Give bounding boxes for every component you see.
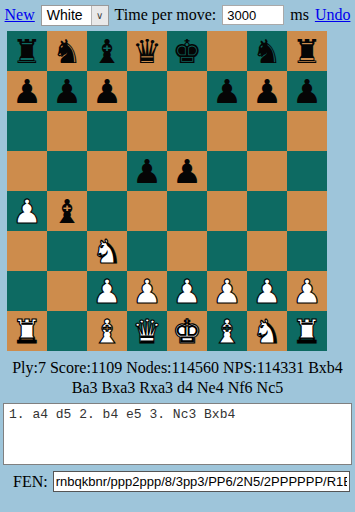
square-b2[interactable] bbox=[47, 271, 87, 311]
square-f6[interactable] bbox=[207, 111, 247, 151]
fen-label: FEN: bbox=[13, 473, 48, 491]
square-h3[interactable] bbox=[287, 231, 327, 271]
square-e8[interactable]: ♚ bbox=[167, 31, 207, 71]
square-f3[interactable] bbox=[207, 231, 247, 271]
square-e3[interactable] bbox=[167, 231, 207, 271]
square-a1[interactable]: ♜ bbox=[7, 311, 47, 351]
chevron-down-icon: ∨ bbox=[91, 6, 108, 25]
square-d6[interactable] bbox=[127, 111, 167, 151]
white-pawn: ♟ bbox=[92, 275, 122, 308]
square-e1[interactable]: ♚ bbox=[167, 311, 207, 351]
ms-label: ms bbox=[290, 6, 309, 24]
white-bishop: ♝ bbox=[212, 315, 242, 348]
square-d2[interactable]: ♟ bbox=[127, 271, 167, 311]
black-pawn: ♟ bbox=[172, 155, 202, 188]
square-d3[interactable] bbox=[127, 231, 167, 271]
square-c6[interactable] bbox=[87, 111, 127, 151]
black-pawn: ♟ bbox=[12, 75, 42, 108]
square-f2[interactable]: ♟ bbox=[207, 271, 247, 311]
white-pawn: ♟ bbox=[12, 195, 42, 228]
white-queen: ♛ bbox=[132, 315, 162, 348]
white-king: ♚ bbox=[172, 315, 202, 348]
undo-link[interactable]: Undo bbox=[315, 6, 351, 24]
black-knight: ♞ bbox=[52, 35, 82, 68]
square-c4[interactable] bbox=[87, 191, 127, 231]
square-c2[interactable]: ♟ bbox=[87, 271, 127, 311]
square-a2[interactable] bbox=[7, 271, 47, 311]
square-e4[interactable] bbox=[167, 191, 207, 231]
square-h1[interactable]: ♜ bbox=[287, 311, 327, 351]
square-h8[interactable]: ♜ bbox=[287, 31, 327, 71]
square-h4[interactable] bbox=[287, 191, 327, 231]
square-d8[interactable]: ♛ bbox=[127, 31, 167, 71]
black-knight: ♞ bbox=[252, 35, 282, 68]
square-b8[interactable]: ♞ bbox=[47, 31, 87, 71]
square-c3[interactable]: ♞ bbox=[87, 231, 127, 271]
square-b5[interactable] bbox=[47, 151, 87, 191]
black-king: ♚ bbox=[172, 35, 202, 68]
square-d7[interactable] bbox=[127, 71, 167, 111]
square-f5[interactable] bbox=[207, 151, 247, 191]
square-g3[interactable] bbox=[247, 231, 287, 271]
square-h2[interactable]: ♟ bbox=[287, 271, 327, 311]
square-g8[interactable]: ♞ bbox=[247, 31, 287, 71]
side-select-value: White bbox=[42, 6, 91, 25]
black-rook: ♜ bbox=[12, 35, 42, 68]
square-b7[interactable]: ♟ bbox=[47, 71, 87, 111]
square-d1[interactable]: ♛ bbox=[127, 311, 167, 351]
square-b3[interactable] bbox=[47, 231, 87, 271]
black-pawn: ♟ bbox=[292, 75, 322, 108]
white-rook: ♜ bbox=[292, 315, 322, 348]
white-pawn: ♟ bbox=[172, 275, 202, 308]
white-pawn: ♟ bbox=[292, 275, 322, 308]
square-d5[interactable]: ♟ bbox=[127, 151, 167, 191]
square-h7[interactable]: ♟ bbox=[287, 71, 327, 111]
black-pawn: ♟ bbox=[92, 75, 122, 108]
white-knight: ♞ bbox=[252, 315, 282, 348]
square-f8[interactable] bbox=[207, 31, 247, 71]
chess-board: ♜♞♝♛♚♞♜♟♟♟♟♟♟♟♟♟♝♞♟♟♟♟♟♟♜♝♛♚♝♞♜ bbox=[7, 31, 327, 351]
square-e5[interactable]: ♟ bbox=[167, 151, 207, 191]
square-a3[interactable] bbox=[7, 231, 47, 271]
square-c8[interactable]: ♝ bbox=[87, 31, 127, 71]
white-rook: ♜ bbox=[12, 315, 42, 348]
square-b4[interactable]: ♝ bbox=[47, 191, 87, 231]
toolbar: New White ∨ Time per move: ms Undo bbox=[0, 0, 355, 30]
square-f4[interactable] bbox=[207, 191, 247, 231]
square-g5[interactable] bbox=[247, 151, 287, 191]
side-select[interactable]: White ∨ bbox=[41, 5, 109, 26]
square-g4[interactable] bbox=[247, 191, 287, 231]
black-pawn: ♟ bbox=[52, 75, 82, 108]
square-a6[interactable] bbox=[7, 111, 47, 151]
black-pawn: ♟ bbox=[132, 155, 162, 188]
square-b1[interactable] bbox=[47, 311, 87, 351]
square-a7[interactable]: ♟ bbox=[7, 71, 47, 111]
white-pawn: ♟ bbox=[212, 275, 242, 308]
black-pawn: ♟ bbox=[212, 75, 242, 108]
time-per-move-label: Time per move: bbox=[115, 6, 217, 24]
square-f1[interactable]: ♝ bbox=[207, 311, 247, 351]
square-a5[interactable] bbox=[7, 151, 47, 191]
square-a4[interactable]: ♟ bbox=[7, 191, 47, 231]
move-list[interactable]: 1. a4 d5 2. b4 e5 3. Nc3 Bxb4 bbox=[3, 403, 352, 465]
fen-row: FEN: bbox=[0, 471, 355, 492]
square-c7[interactable]: ♟ bbox=[87, 71, 127, 111]
square-e6[interactable] bbox=[167, 111, 207, 151]
black-rook: ♜ bbox=[292, 35, 322, 68]
square-b6[interactable] bbox=[47, 111, 87, 151]
square-g2[interactable]: ♟ bbox=[247, 271, 287, 311]
black-pawn: ♟ bbox=[252, 75, 282, 108]
square-g1[interactable]: ♞ bbox=[247, 311, 287, 351]
black-bishop: ♝ bbox=[92, 35, 122, 68]
white-knight: ♞ bbox=[92, 235, 122, 268]
fen-input[interactable] bbox=[53, 471, 350, 492]
square-c5[interactable] bbox=[87, 151, 127, 191]
square-h6[interactable] bbox=[287, 111, 327, 151]
square-h5[interactable] bbox=[287, 151, 327, 191]
black-queen: ♛ bbox=[132, 35, 162, 68]
white-pawn: ♟ bbox=[132, 275, 162, 308]
engine-status: Ply:7 Score:1109 Nodes:114560 NPS:114331… bbox=[0, 358, 355, 398]
time-per-move-input[interactable] bbox=[222, 5, 284, 25]
square-d4[interactable] bbox=[127, 191, 167, 231]
square-c1[interactable]: ♝ bbox=[87, 311, 127, 351]
square-e2[interactable]: ♟ bbox=[167, 271, 207, 311]
square-g6[interactable] bbox=[247, 111, 287, 151]
square-e7[interactable] bbox=[167, 71, 207, 111]
white-pawn: ♟ bbox=[252, 275, 282, 308]
square-a8[interactable]: ♜ bbox=[7, 31, 47, 71]
square-g7[interactable]: ♟ bbox=[247, 71, 287, 111]
square-f7[interactable]: ♟ bbox=[207, 71, 247, 111]
white-bishop: ♝ bbox=[92, 315, 122, 348]
new-game-link[interactable]: New bbox=[5, 6, 35, 24]
black-bishop: ♝ bbox=[52, 195, 82, 228]
